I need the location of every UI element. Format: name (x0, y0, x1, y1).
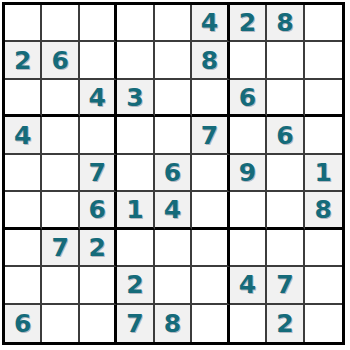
given-digit-r4c1: 4 (5, 117, 42, 154)
given-digit-r1c8: 8 (267, 5, 304, 42)
cell-r2c5[interactable] (155, 42, 192, 79)
cell-r5c1[interactable] (5, 155, 42, 192)
given-digit-r5c3: 7 (80, 155, 117, 192)
given-digit-r5c5: 6 (155, 155, 192, 192)
cell-r2c8[interactable] (267, 42, 304, 79)
cell-r5c2[interactable] (42, 155, 79, 192)
given-digit-r3c3: 4 (80, 80, 117, 117)
cell-r7c5[interactable] (155, 230, 192, 267)
given-digit-r3c4: 3 (117, 80, 154, 117)
cell-r1c2[interactable] (42, 5, 79, 42)
cell-r4c5[interactable] (155, 117, 192, 154)
given-digit-r6c3: 6 (80, 192, 117, 229)
cell-r4c4[interactable] (117, 117, 154, 154)
cell-r7c1[interactable] (5, 230, 42, 267)
given-digit-r9c1: 6 (5, 305, 42, 342)
given-digit-r2c6: 8 (192, 42, 229, 79)
cell-r7c8[interactable] (267, 230, 304, 267)
given-digit-r1c6: 4 (192, 5, 229, 42)
cell-r8c1[interactable] (5, 267, 42, 304)
cell-r1c9[interactable] (305, 5, 342, 42)
cell-r7c4[interactable] (117, 230, 154, 267)
given-digit-r1c7: 2 (230, 5, 267, 42)
given-digit-r6c9: 8 (305, 192, 342, 229)
cell-r2c7[interactable] (230, 42, 267, 79)
given-digit-r8c8: 7 (267, 267, 304, 304)
cell-r3c8[interactable] (267, 80, 304, 117)
cell-r9c2[interactable] (42, 305, 79, 342)
cell-r1c1[interactable] (5, 5, 42, 42)
cell-r8c6[interactable] (192, 267, 229, 304)
cell-r5c4[interactable] (117, 155, 154, 192)
cell-r2c3[interactable] (80, 42, 117, 79)
given-digit-r5c9: 1 (305, 155, 342, 192)
given-digit-r6c4: 1 (117, 192, 154, 229)
sudoku-page: 42826843647676916148722476782 (0, 0, 350, 350)
given-digit-r8c7: 4 (230, 267, 267, 304)
cell-r6c2[interactable] (42, 192, 79, 229)
cell-r4c2[interactable] (42, 117, 79, 154)
given-digit-r3c7: 6 (230, 80, 267, 117)
cell-r3c9[interactable] (305, 80, 342, 117)
given-digit-r7c3: 2 (80, 230, 117, 267)
cell-r3c6[interactable] (192, 80, 229, 117)
cell-r7c6[interactable] (192, 230, 229, 267)
cell-r5c6[interactable] (192, 155, 229, 192)
cell-r9c6[interactable] (192, 305, 229, 342)
cell-r1c3[interactable] (80, 5, 117, 42)
given-digit-r6c5: 4 (155, 192, 192, 229)
given-digit-r2c1: 2 (5, 42, 42, 79)
given-digit-r4c6: 7 (192, 117, 229, 154)
cell-r8c5[interactable] (155, 267, 192, 304)
given-digit-r8c4: 2 (117, 267, 154, 304)
given-digit-r7c2: 7 (42, 230, 79, 267)
given-digit-r2c2: 6 (42, 42, 79, 79)
cell-r6c7[interactable] (230, 192, 267, 229)
given-digit-r9c4: 7 (117, 305, 154, 342)
given-digit-r5c7: 9 (230, 155, 267, 192)
sudoku-board: 42826843647676916148722476782 (2, 2, 345, 345)
cell-r6c8[interactable] (267, 192, 304, 229)
cell-r4c9[interactable] (305, 117, 342, 154)
given-digit-r4c8: 6 (267, 117, 304, 154)
cell-r7c7[interactable] (230, 230, 267, 267)
cell-r1c5[interactable] (155, 5, 192, 42)
cell-r1c4[interactable] (117, 5, 154, 42)
given-digit-r9c8: 2 (267, 305, 304, 342)
cell-r9c7[interactable] (230, 305, 267, 342)
cell-r3c5[interactable] (155, 80, 192, 117)
cell-r7c9[interactable] (305, 230, 342, 267)
cell-r2c4[interactable] (117, 42, 154, 79)
cell-r3c2[interactable] (42, 80, 79, 117)
cell-r8c9[interactable] (305, 267, 342, 304)
cell-r6c1[interactable] (5, 192, 42, 229)
cell-r4c3[interactable] (80, 117, 117, 154)
cell-r2c9[interactable] (305, 42, 342, 79)
cell-r9c9[interactable] (305, 305, 342, 342)
cell-r5c8[interactable] (267, 155, 304, 192)
cell-r9c3[interactable] (80, 305, 117, 342)
cell-r8c3[interactable] (80, 267, 117, 304)
cell-r3c1[interactable] (5, 80, 42, 117)
given-digit-r9c5: 8 (155, 305, 192, 342)
cell-r4c7[interactable] (230, 117, 267, 154)
cell-r6c6[interactable] (192, 192, 229, 229)
cell-r8c2[interactable] (42, 267, 79, 304)
